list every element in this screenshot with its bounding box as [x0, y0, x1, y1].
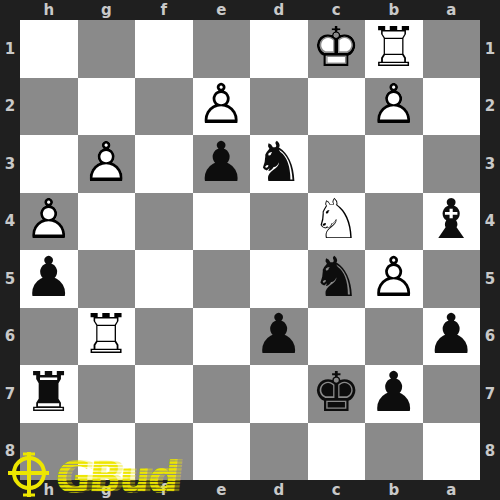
black-king-c7[interactable]: ♚	[308, 365, 366, 423]
black-pawn-h5[interactable]: ♟	[20, 250, 78, 308]
piece-outline-glyph: ♙	[197, 77, 246, 132]
rank-label-1: 1	[480, 20, 500, 78]
file-label-e: e	[193, 480, 251, 500]
square-b1[interactable]: ♜♖	[365, 20, 423, 78]
square-h5[interactable]: ♟	[20, 250, 78, 308]
square-g4[interactable]	[78, 193, 136, 251]
piece-glyph: ♟	[24, 250, 73, 305]
piece-glyph: ♞	[254, 135, 303, 190]
square-h6[interactable]	[20, 308, 78, 366]
piece-outline-glyph: ♙	[369, 250, 418, 305]
square-a6[interactable]: ♟	[423, 308, 481, 366]
square-d6[interactable]: ♟	[250, 308, 308, 366]
square-h7[interactable]: ♜	[20, 365, 78, 423]
square-g2[interactable]	[78, 78, 136, 136]
white-pawn-b5[interactable]: ♟♙	[365, 250, 423, 308]
rank-label-3: 3	[480, 135, 500, 193]
square-f7[interactable]	[135, 365, 193, 423]
square-a5[interactable]	[423, 250, 481, 308]
piece-outline-glyph: ♙	[369, 77, 418, 132]
square-e1[interactable]	[193, 20, 251, 78]
square-h1[interactable]	[20, 20, 78, 78]
white-pawn-g3[interactable]: ♟♙	[78, 135, 136, 193]
square-b2[interactable]: ♟♙	[365, 78, 423, 136]
square-a2[interactable]	[423, 78, 481, 136]
file-label-g: g	[78, 480, 136, 500]
black-pawn-a6[interactable]: ♟	[423, 308, 481, 366]
square-b6[interactable]	[365, 308, 423, 366]
file-labels-bottom: hgfedcba	[20, 480, 480, 500]
square-e3[interactable]: ♟	[193, 135, 251, 193]
file-label-f: f	[135, 0, 193, 20]
file-label-e: e	[193, 0, 251, 20]
file-label-d: d	[250, 0, 308, 20]
square-g6[interactable]: ♜♖	[78, 308, 136, 366]
piece-glyph: ♝	[427, 192, 476, 247]
black-bishop-a4[interactable]: ♝	[423, 193, 481, 251]
piece-outline-glyph: ♙	[24, 192, 73, 247]
file-label-g: g	[78, 0, 136, 20]
square-d7[interactable]	[250, 365, 308, 423]
square-e5[interactable]	[193, 250, 251, 308]
rank-label-2: 2	[480, 78, 500, 136]
square-f8[interactable]	[135, 423, 193, 481]
square-e4[interactable]	[193, 193, 251, 251]
piece-glyph: ♟	[427, 307, 476, 362]
square-g3[interactable]: ♟♙	[78, 135, 136, 193]
file-label-f: f	[135, 480, 193, 500]
file-label-a: a	[423, 0, 481, 20]
square-a1[interactable]	[423, 20, 481, 78]
white-rook-g6[interactable]: ♜♖	[78, 308, 136, 366]
rank-label-1: 1	[0, 20, 20, 78]
file-label-c: c	[308, 480, 366, 500]
square-f3[interactable]	[135, 135, 193, 193]
white-knight-c4[interactable]: ♞♘	[308, 193, 366, 251]
piece-glyph: ♟	[197, 135, 246, 190]
square-d1[interactable]	[250, 20, 308, 78]
black-knight-c5[interactable]: ♞	[308, 250, 366, 308]
chess-app-window: hgfedcba hgfedcba 12345678 12345678 ♚♔♜♖…	[0, 0, 500, 500]
rank-label-4: 4	[480, 193, 500, 251]
square-d5[interactable]	[250, 250, 308, 308]
square-b4[interactable]	[365, 193, 423, 251]
file-label-d: d	[250, 480, 308, 500]
square-c6[interactable]	[308, 308, 366, 366]
rank-label-6: 6	[480, 308, 500, 366]
square-h3[interactable]	[20, 135, 78, 193]
square-h2[interactable]	[20, 78, 78, 136]
square-f2[interactable]	[135, 78, 193, 136]
square-c1[interactable]: ♚♔	[308, 20, 366, 78]
file-label-h: h	[20, 0, 78, 20]
piece-outline-glyph: ♘	[312, 192, 361, 247]
square-d4[interactable]	[250, 193, 308, 251]
square-d2[interactable]	[250, 78, 308, 136]
piece-outline-glyph: ♔	[312, 20, 361, 75]
square-b3[interactable]	[365, 135, 423, 193]
rank-labels-right: 12345678	[480, 20, 500, 480]
square-e2[interactable]: ♟♙	[193, 78, 251, 136]
square-h4[interactable]: ♟♙	[20, 193, 78, 251]
chess-board[interactable]: ♚♔♜♖♟♙♟♙♟♙♟♞♟♙♞♘♝♟♞♟♙♜♖♟♟♜♚♟	[20, 20, 480, 480]
rank-label-5: 5	[0, 250, 20, 308]
rank-label-8: 8	[0, 423, 20, 481]
black-pawn-b7[interactable]: ♟	[365, 365, 423, 423]
rank-label-8: 8	[480, 423, 500, 481]
square-h8[interactable]	[20, 423, 78, 481]
square-f1[interactable]	[135, 20, 193, 78]
piece-outline-glyph: ♙	[82, 135, 131, 190]
black-pawn-e3[interactable]: ♟	[193, 135, 251, 193]
square-c8[interactable]	[308, 423, 366, 481]
piece-glyph: ♟	[369, 365, 418, 420]
black-knight-d3[interactable]: ♞	[250, 135, 308, 193]
square-e6[interactable]	[193, 308, 251, 366]
white-king-c1[interactable]: ♚♔	[308, 20, 366, 78]
square-c2[interactable]	[308, 78, 366, 136]
file-label-b: b	[365, 480, 423, 500]
square-d8[interactable]	[250, 423, 308, 481]
piece-glyph: ♜	[24, 365, 73, 420]
square-g1[interactable]	[78, 20, 136, 78]
square-e8[interactable]	[193, 423, 251, 481]
rank-label-7: 7	[0, 365, 20, 423]
rank-label-4: 4	[0, 193, 20, 251]
square-b5[interactable]: ♟♙	[365, 250, 423, 308]
square-b8[interactable]	[365, 423, 423, 481]
square-g8[interactable]	[78, 423, 136, 481]
square-a3[interactable]	[423, 135, 481, 193]
rank-label-3: 3	[0, 135, 20, 193]
square-b7[interactable]: ♟	[365, 365, 423, 423]
rank-label-5: 5	[480, 250, 500, 308]
piece-glyph: ♟	[254, 307, 303, 362]
square-c4[interactable]: ♞♘	[308, 193, 366, 251]
white-pawn-e2[interactable]: ♟♙	[193, 78, 251, 136]
black-rook-h7[interactable]: ♜	[20, 365, 78, 423]
file-label-a: a	[423, 480, 481, 500]
square-g7[interactable]	[78, 365, 136, 423]
square-c5[interactable]: ♞	[308, 250, 366, 308]
square-c7[interactable]: ♚	[308, 365, 366, 423]
square-c3[interactable]	[308, 135, 366, 193]
square-d3[interactable]: ♞	[250, 135, 308, 193]
square-a8[interactable]	[423, 423, 481, 481]
square-f6[interactable]	[135, 308, 193, 366]
piece-outline-glyph: ♖	[82, 307, 131, 362]
square-a4[interactable]: ♝	[423, 193, 481, 251]
white-pawn-b2[interactable]: ♟♙	[365, 78, 423, 136]
white-rook-b1[interactable]: ♜♖	[365, 20, 423, 78]
square-a7[interactable]	[423, 365, 481, 423]
square-f4[interactable]	[135, 193, 193, 251]
rank-label-6: 6	[0, 308, 20, 366]
rank-label-7: 7	[480, 365, 500, 423]
rank-label-2: 2	[0, 78, 20, 136]
piece-glyph: ♚	[312, 365, 361, 420]
rank-labels-left: 12345678	[0, 20, 20, 480]
square-g5[interactable]	[78, 250, 136, 308]
piece-outline-glyph: ♖	[369, 20, 418, 75]
white-pawn-h4[interactable]: ♟♙	[20, 193, 78, 251]
black-pawn-d6[interactable]: ♟	[250, 308, 308, 366]
file-label-h: h	[20, 480, 78, 500]
square-e7[interactable]	[193, 365, 251, 423]
square-f5[interactable]	[135, 250, 193, 308]
piece-glyph: ♞	[312, 250, 361, 305]
